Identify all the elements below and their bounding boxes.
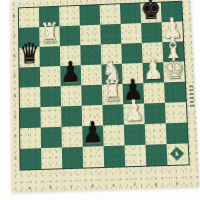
square-f7 — [121, 23, 142, 44]
square-e3 — [102, 104, 123, 125]
square-b7: ♜ — [39, 26, 60, 47]
square-g4 — [143, 82, 165, 103]
rank-label-8: 8 — [11, 14, 17, 19]
square-e5: ♞ — [101, 64, 122, 85]
square-g5: ♟ — [143, 62, 165, 83]
square-a5 — [19, 67, 40, 88]
square-h2 — [166, 123, 188, 144]
square-d5 — [81, 64, 102, 85]
square-b3 — [40, 106, 61, 127]
file-label-b: b — [47, 184, 55, 189]
square-c8 — [59, 6, 80, 26]
square-b4 — [40, 86, 61, 107]
logo-knight-icon: ♞ — [174, 151, 180, 157]
square-h5: ♚ — [163, 61, 185, 82]
square-c5: ♟ — [60, 65, 81, 86]
square-e1 — [104, 145, 126, 167]
square-d7 — [80, 25, 101, 46]
square-b5 — [40, 66, 61, 87]
square-d2: ♟ — [82, 125, 103, 146]
square-d1 — [83, 146, 104, 167]
file-label-g: g — [152, 181, 160, 186]
rank-label-2: 2 — [12, 134, 18, 139]
square-f3: ♟ — [123, 104, 145, 125]
square-c2 — [61, 126, 82, 147]
square-e7 — [100, 24, 121, 45]
square-c6 — [60, 45, 81, 66]
file-label-f: f — [131, 182, 139, 187]
square-c4 — [61, 85, 82, 106]
board-photo: ♚♜♟♛♝♟♞♟♚♜♟♟♟ 87654321 abcdefgh ♞ — [0, 0, 200, 200]
square-f5 — [122, 63, 143, 84]
file-label-h: h — [173, 181, 181, 186]
rank-label-1: 1 — [13, 155, 19, 160]
square-d4 — [81, 85, 102, 106]
square-a1 — [20, 148, 41, 169]
rank-label-3: 3 — [12, 114, 18, 119]
square-a3 — [20, 107, 41, 128]
file-label-d: d — [89, 183, 97, 188]
square-e4: ♜ — [102, 84, 123, 105]
square-g2 — [145, 123, 167, 144]
square-f1 — [125, 145, 147, 167]
square-h6: ♝ — [162, 41, 184, 62]
square-a6: ♛ — [19, 47, 40, 68]
vinyl-chess-board: ♚♜♟♛♝♟♞♟♚♜♟♟♟ 87654321 abcdefgh ♞ — [10, 0, 199, 193]
square-e6 — [101, 44, 122, 65]
rank-label-6: 6 — [12, 53, 18, 58]
square-f4: ♟ — [123, 83, 144, 104]
square-a2 — [20, 128, 41, 149]
rank-label-4: 4 — [12, 93, 18, 98]
square-h4 — [164, 82, 186, 103]
square-g1 — [146, 144, 168, 166]
square-g3 — [144, 103, 166, 124]
rank-label-7: 7 — [11, 34, 17, 39]
file-label-a: a — [26, 185, 34, 190]
square-c1 — [62, 147, 83, 168]
square-b8 — [39, 7, 60, 27]
square-e8 — [100, 4, 121, 24]
square-b6 — [40, 46, 61, 67]
file-label-e: e — [110, 183, 118, 188]
square-f6 — [121, 43, 142, 64]
square-g6 — [142, 42, 163, 63]
square-a7 — [19, 27, 40, 48]
square-h8 — [161, 2, 182, 23]
square-b2 — [41, 127, 62, 148]
rank-label-5: 5 — [12, 73, 18, 78]
square-c3 — [61, 106, 82, 127]
square-d6 — [80, 45, 101, 66]
square-c7 — [60, 25, 81, 46]
margin-brand-printing-icon — [189, 85, 194, 107]
square-h3 — [165, 102, 187, 123]
square-e2 — [103, 125, 125, 146]
chess-grid: ♚♜♟♛♝♟♞♟♚♜♟♟♟ — [18, 1, 190, 171]
square-h7: ♟ — [162, 21, 183, 42]
square-g8: ♚ — [140, 3, 161, 24]
square-f2 — [124, 124, 146, 145]
square-d8 — [79, 5, 100, 25]
black-king-g8: ♚ — [140, 0, 161, 23]
square-f8 — [120, 3, 141, 24]
square-a8 — [19, 8, 39, 28]
square-d3 — [82, 105, 103, 126]
square-b1 — [41, 147, 62, 168]
square-g7 — [141, 22, 162, 43]
file-label-c: c — [68, 184, 76, 189]
square-a4 — [20, 87, 41, 108]
